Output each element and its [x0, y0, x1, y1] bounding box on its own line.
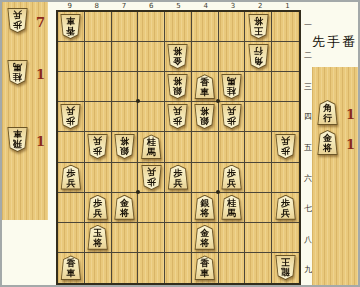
square-1-6[interactable] — [272, 163, 299, 193]
square-4-1[interactable] — [192, 12, 219, 42]
piece-body[interactable]: 歩兵 — [275, 134, 296, 159]
piece-body[interactable]: 桂馬 — [141, 134, 162, 159]
piece-kanji: 金将 — [195, 226, 214, 249]
piece-kanji: 歩兵 — [88, 135, 107, 158]
file-label: 2 — [247, 2, 274, 10]
square-2-7[interactable] — [245, 193, 272, 223]
piece-sente[interactable]: 歩兵 — [275, 195, 296, 220]
piece-sente[interactable]: 歩兵 — [167, 165, 188, 190]
square-7-2[interactable] — [112, 42, 139, 72]
piece-body[interactable]: 銀将 — [114, 134, 135, 159]
square-6-4[interactable] — [138, 102, 165, 132]
piece-kanji: 桂馬 — [8, 61, 27, 84]
piece-kanji: 歩兵 — [222, 105, 241, 128]
piece-body[interactable]: 桂馬 — [221, 74, 242, 99]
piece-gote[interactable]: 香車 — [60, 14, 81, 39]
star-point — [216, 190, 220, 194]
captured-count: 1 — [346, 107, 355, 122]
square-4-8[interactable]: 金将 — [192, 223, 219, 253]
piece-body[interactable]: 歩兵 — [87, 195, 108, 220]
square-1-3[interactable] — [272, 72, 299, 102]
square-6-8[interactable] — [138, 223, 165, 253]
square-8-8[interactable]: 玉将 — [85, 223, 112, 253]
file-label: 8 — [83, 2, 110, 10]
square-8-1[interactable] — [85, 12, 112, 42]
square-6-7[interactable] — [138, 193, 165, 223]
piece-gote[interactable]: 桂馬 — [7, 60, 28, 85]
square-1-2[interactable] — [272, 42, 299, 72]
square-1-5[interactable]: 歩兵 — [272, 132, 299, 162]
file-label: 9 — [56, 2, 83, 10]
piece-body[interactable]: 桂馬 — [7, 60, 28, 85]
file-label: 5 — [165, 2, 192, 10]
piece-kanji: 香車 — [195, 75, 214, 98]
gote-captured-tray: 歩兵7桂馬1飛車1 — [2, 2, 48, 220]
piece-body[interactable]: 金将 — [194, 225, 215, 250]
captured-count: 1 — [36, 67, 45, 82]
piece-kanji: 歩兵 — [8, 9, 27, 32]
square-4-7[interactable]: 銀将 — [192, 193, 219, 223]
square-9-9[interactable]: 香車 — [58, 253, 85, 283]
square-8-2[interactable] — [85, 42, 112, 72]
piece-kanji: 角行 — [318, 101, 337, 124]
piece-body[interactable]: 歩兵 — [167, 165, 188, 190]
square-6-9[interactable] — [138, 253, 165, 283]
square-7-7[interactable]: 金将 — [112, 193, 139, 223]
captured-piece[interactable]: 歩兵 — [7, 8, 28, 33]
captured-piece[interactable]: 金将 — [317, 130, 338, 155]
piece-body[interactable]: 香車 — [194, 255, 215, 280]
captured-count: 1 — [346, 137, 355, 152]
square-2-9[interactable] — [245, 253, 272, 283]
piece-kanji: 歩兵 — [276, 135, 295, 158]
piece-kanji: 歩兵 — [142, 166, 161, 189]
square-1-1[interactable] — [272, 12, 299, 42]
square-3-7[interactable]: 桂馬 — [219, 193, 246, 223]
square-5-3[interactable]: 銀将 — [165, 72, 192, 102]
piece-kanji: 金将 — [168, 45, 187, 68]
square-3-2[interactable] — [219, 42, 246, 72]
piece-gote[interactable]: 飛車 — [7, 127, 28, 152]
square-6-3[interactable] — [138, 72, 165, 102]
piece-kanji: 飛車 — [8, 128, 27, 151]
square-5-1[interactable] — [165, 12, 192, 42]
piece-sente[interactable]: 金将 — [194, 225, 215, 250]
square-2-1[interactable]: 王将 — [245, 12, 272, 42]
captured-piece[interactable]: 角行 — [317, 100, 338, 125]
piece-gote[interactable]: 歩兵 — [221, 104, 242, 129]
square-5-8[interactable] — [165, 223, 192, 253]
piece-body[interactable]: 歩兵 — [60, 165, 81, 190]
piece-body[interactable]: 銀将 — [194, 104, 215, 129]
square-7-3[interactable] — [112, 72, 139, 102]
piece-body[interactable]: 歩兵 — [221, 104, 242, 129]
piece-gote[interactable]: 龍王 — [275, 255, 296, 280]
square-1-4[interactable] — [272, 102, 299, 132]
piece-kanji: 桂馬 — [222, 75, 241, 98]
file-label: 7 — [110, 2, 137, 10]
square-3-9[interactable] — [219, 253, 246, 283]
piece-body[interactable]: 歩兵 — [275, 195, 296, 220]
piece-kanji: 歩兵 — [88, 196, 107, 219]
square-5-7[interactable] — [165, 193, 192, 223]
piece-sente[interactable]: 香車 — [194, 255, 215, 280]
square-6-1[interactable] — [138, 12, 165, 42]
star-point — [136, 190, 140, 194]
square-4-6[interactable] — [192, 163, 219, 193]
square-1-7[interactable]: 歩兵 — [272, 193, 299, 223]
piece-sente[interactable]: 金将 — [317, 130, 338, 155]
square-5-2[interactable]: 金将 — [165, 42, 192, 72]
captured-piece[interactable]: 桂馬 — [7, 60, 28, 85]
square-9-2[interactable] — [58, 42, 85, 72]
captured-piece[interactable]: 飛車 — [7, 127, 28, 152]
board: 香車王将金将角行銀将香車桂馬歩兵歩兵銀将歩兵歩兵銀将桂馬歩兵歩兵歩兵歩兵歩兵歩兵… — [56, 10, 301, 285]
square-9-6[interactable]: 歩兵 — [58, 163, 85, 193]
square-9-7[interactable] — [58, 193, 85, 223]
piece-gote[interactable]: 王将 — [248, 14, 269, 39]
square-4-3[interactable]: 香車 — [192, 72, 219, 102]
piece-gote[interactable]: 歩兵 — [167, 104, 188, 129]
piece-kanji: 歩兵 — [168, 166, 187, 189]
piece-kanji: 銀将 — [168, 75, 187, 98]
square-2-3[interactable] — [245, 72, 272, 102]
square-7-5[interactable]: 銀将 — [112, 132, 139, 162]
square-1-8[interactable] — [272, 223, 299, 253]
piece-body[interactable]: 玉将 — [87, 225, 108, 250]
square-7-8[interactable] — [112, 223, 139, 253]
square-5-4[interactable]: 歩兵 — [165, 102, 192, 132]
piece-kanji: 王将 — [249, 15, 268, 38]
piece-kanji: 銀将 — [195, 196, 214, 219]
file-labels: 987654321 — [56, 2, 301, 10]
square-1-9[interactable]: 龍王 — [272, 253, 299, 283]
piece-gote[interactable]: 桂馬 — [221, 74, 242, 99]
piece-body[interactable]: 金将 — [317, 130, 338, 155]
piece-kanji: 香車 — [61, 15, 80, 38]
star-point — [216, 99, 220, 103]
piece-kanji: 玉将 — [88, 226, 107, 249]
square-4-4[interactable]: 銀将 — [192, 102, 219, 132]
piece-sente[interactable]: 歩兵 — [60, 165, 81, 190]
square-9-1[interactable]: 香車 — [58, 12, 85, 42]
piece-body[interactable]: 歩兵 — [141, 165, 162, 190]
square-2-4[interactable] — [245, 102, 272, 132]
square-6-6[interactable]: 歩兵 — [138, 163, 165, 193]
piece-kanji: 銀将 — [195, 105, 214, 128]
piece-body[interactable]: 香車 — [60, 255, 81, 280]
square-2-8[interactable] — [245, 223, 272, 253]
square-8-4[interactable] — [85, 102, 112, 132]
square-9-5[interactable] — [58, 132, 85, 162]
piece-body[interactable]: 香車 — [194, 74, 215, 99]
square-4-2[interactable] — [192, 42, 219, 72]
piece-body[interactable]: 歩兵 — [221, 165, 242, 190]
shogi-app: 歩兵7桂馬1飛車1 987654321 一二三四五六七八九 香車王将金将角行銀将… — [0, 0, 360, 287]
square-4-5[interactable] — [192, 132, 219, 162]
piece-body[interactable]: 金将 — [167, 44, 188, 69]
piece-body[interactable]: 銀将 — [194, 195, 215, 220]
square-5-6[interactable]: 歩兵 — [165, 163, 192, 193]
square-6-2[interactable] — [138, 42, 165, 72]
piece-body[interactable]: 金将 — [114, 195, 135, 220]
square-7-1[interactable] — [112, 12, 139, 42]
piece-body[interactable]: 桂馬 — [221, 195, 242, 220]
file-label: 6 — [138, 2, 165, 10]
piece-kanji: 金将 — [318, 131, 337, 154]
turn-indicator: 先手番 — [312, 33, 360, 51]
piece-gote[interactable]: 銀将 — [114, 134, 135, 159]
square-8-6[interactable] — [85, 163, 112, 193]
square-4-9[interactable]: 香車 — [192, 253, 219, 283]
square-6-5[interactable]: 桂馬 — [138, 132, 165, 162]
piece-kanji: 桂馬 — [222, 196, 241, 219]
captured-count: 1 — [36, 134, 45, 149]
square-9-8[interactable] — [58, 223, 85, 253]
file-label: 1 — [274, 2, 301, 10]
piece-sente[interactable]: 桂馬 — [141, 134, 162, 159]
piece-kanji: 歩兵 — [61, 166, 80, 189]
piece-kanji: 桂馬 — [142, 135, 161, 158]
square-3-6[interactable]: 歩兵 — [219, 163, 246, 193]
piece-gote[interactable]: 角行 — [248, 44, 269, 69]
square-2-6[interactable] — [245, 163, 272, 193]
piece-sente[interactable]: 香車 — [194, 74, 215, 99]
square-3-1[interactable] — [219, 12, 246, 42]
piece-gote[interactable]: 歩兵 — [141, 165, 162, 190]
piece-sente[interactable]: 歩兵 — [221, 165, 242, 190]
piece-sente[interactable]: 金将 — [114, 195, 135, 220]
square-8-9[interactable] — [85, 253, 112, 283]
piece-body[interactable]: 銀将 — [167, 74, 188, 99]
piece-gote[interactable]: 銀将 — [194, 104, 215, 129]
square-7-6[interactable] — [112, 163, 139, 193]
piece-kanji: 角行 — [249, 45, 268, 68]
piece-body[interactable]: 王将 — [248, 14, 269, 39]
piece-kanji: 香車 — [61, 256, 80, 279]
piece-gote[interactable]: 歩兵 — [60, 104, 81, 129]
piece-gote[interactable]: 金将 — [167, 44, 188, 69]
piece-kanji: 歩兵 — [168, 105, 187, 128]
piece-sente[interactable]: 歩兵 — [87, 195, 108, 220]
square-3-3[interactable]: 桂馬 — [219, 72, 246, 102]
square-7-9[interactable] — [112, 253, 139, 283]
square-5-9[interactable] — [165, 253, 192, 283]
piece-body[interactable]: 歩兵 — [167, 104, 188, 129]
square-3-4[interactable]: 歩兵 — [219, 102, 246, 132]
piece-body[interactable]: 龍王 — [275, 255, 296, 280]
piece-sente[interactable]: 玉将 — [87, 225, 108, 250]
piece-gote[interactable]: 銀将 — [167, 74, 188, 99]
piece-kanji: 歩兵 — [222, 166, 241, 189]
square-2-2[interactable]: 角行 — [245, 42, 272, 72]
captured-count: 7 — [36, 15, 45, 30]
piece-kanji: 龍王 — [276, 256, 295, 279]
square-2-5[interactable] — [245, 132, 272, 162]
square-8-3[interactable] — [85, 72, 112, 102]
piece-body[interactable]: 歩兵 — [7, 8, 28, 33]
piece-gote[interactable]: 歩兵 — [275, 134, 296, 159]
piece-sente[interactable]: 銀将 — [194, 195, 215, 220]
piece-sente[interactable]: 角行 — [317, 100, 338, 125]
piece-gote[interactable]: 歩兵 — [7, 8, 28, 33]
piece-kanji: 銀将 — [115, 135, 134, 158]
square-7-4[interactable] — [112, 102, 139, 132]
piece-body[interactable]: 歩兵 — [60, 104, 81, 129]
star-point — [136, 99, 140, 103]
square-9-4[interactable]: 歩兵 — [58, 102, 85, 132]
piece-body[interactable]: 香車 — [60, 14, 81, 39]
piece-sente[interactable]: 香車 — [60, 255, 81, 280]
piece-body[interactable]: 歩兵 — [87, 134, 108, 159]
file-label: 4 — [192, 2, 219, 10]
piece-kanji: 香車 — [195, 256, 214, 279]
sente-captured-tray: 角行1金将1 — [312, 67, 358, 285]
piece-gote[interactable]: 歩兵 — [87, 134, 108, 159]
piece-body[interactable]: 角行 — [317, 100, 338, 125]
piece-body[interactable]: 角行 — [248, 44, 269, 69]
square-8-5[interactable]: 歩兵 — [85, 132, 112, 162]
square-3-5[interactable] — [219, 132, 246, 162]
square-9-3[interactable] — [58, 72, 85, 102]
piece-sente[interactable]: 桂馬 — [221, 195, 242, 220]
square-8-7[interactable]: 歩兵 — [85, 193, 112, 223]
file-label: 3 — [219, 2, 246, 10]
piece-kanji: 歩兵 — [61, 105, 80, 128]
square-5-5[interactable] — [165, 132, 192, 162]
piece-kanji: 金将 — [115, 196, 134, 219]
piece-body[interactable]: 飛車 — [7, 127, 28, 152]
square-3-8[interactable] — [219, 223, 246, 253]
piece-kanji: 歩兵 — [276, 196, 295, 219]
